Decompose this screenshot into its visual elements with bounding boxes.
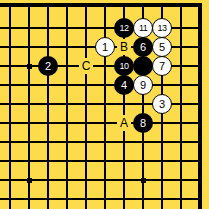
label-A[interactable]: A — [117, 115, 131, 131]
move-number: 11 — [139, 24, 147, 33]
stone-white-O17[interactable]: 1 — [95, 37, 115, 57]
stone-white-Q18[interactable]: 11 — [133, 18, 153, 38]
stone-black-P16[interactable]: 10 — [114, 56, 134, 76]
move-number: 4 — [121, 80, 127, 91]
move-number: 1 — [102, 42, 108, 53]
stone-white-Q15[interactable]: 9 — [133, 75, 153, 95]
stone-black-P18[interactable]: 12 — [114, 18, 134, 38]
star-point-K10 — [27, 178, 32, 183]
move-number: 13 — [158, 24, 167, 33]
move-number: 7 — [159, 61, 165, 72]
label-C[interactable]: C — [79, 58, 93, 74]
stone-white-R14[interactable]: 3 — [152, 94, 172, 114]
move-number: 5 — [159, 42, 165, 53]
star-point-K16 — [27, 64, 32, 69]
stone-white-R18[interactable]: 13 — [152, 18, 172, 38]
stone-black-Q13[interactable]: 8 — [133, 113, 153, 133]
grid-hline — [0, 122, 202, 124]
move-number: 10 — [120, 62, 129, 71]
move-number: 12 — [120, 24, 129, 33]
stone-black-L16[interactable]: 2 — [38, 56, 58, 76]
grid-hline — [0, 141, 202, 143]
move-number: 3 — [159, 99, 165, 110]
grid-hline — [0, 84, 202, 86]
move-number: 2 — [45, 61, 51, 72]
grid-hline — [0, 198, 202, 200]
move-number: 9 — [140, 80, 146, 91]
move-number: 8 — [140, 118, 146, 129]
board-top-edge — [0, 3, 202, 7]
stone-white-R17[interactable]: 5 — [152, 37, 172, 57]
stone-white-R16[interactable]: 7 — [152, 56, 172, 76]
stone-black-Q16[interactable] — [133, 56, 153, 76]
go-board: 12345678910111213 ABC — [0, 0, 209, 209]
grid-hline — [0, 160, 202, 162]
star-point-Q10 — [141, 178, 146, 183]
label-B[interactable]: B — [117, 39, 131, 55]
stone-black-Q17[interactable]: 6 — [133, 37, 153, 57]
move-number: 6 — [140, 42, 146, 53]
stone-black-P15[interactable]: 4 — [114, 75, 134, 95]
